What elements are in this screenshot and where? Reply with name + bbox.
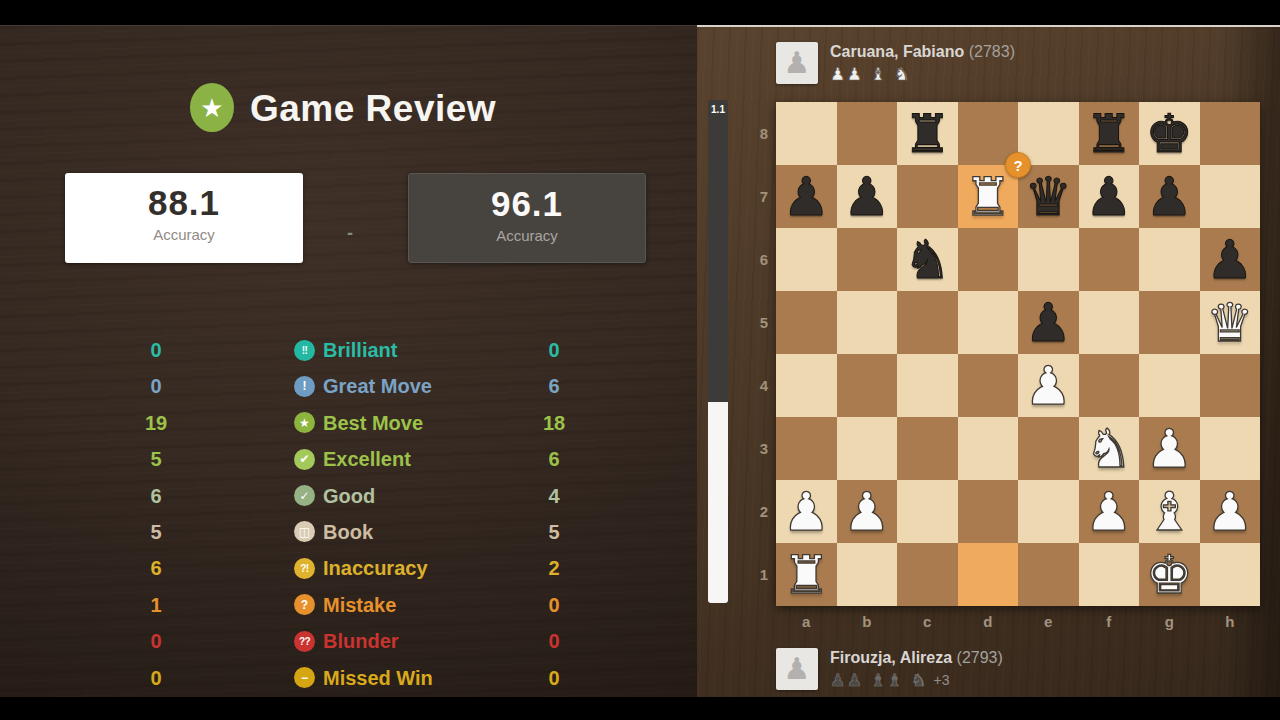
piece-black-pawn[interactable]: ♟	[776, 165, 837, 228]
square-a1[interactable]: ♜	[776, 543, 837, 606]
excellent-icon: ✔	[294, 449, 315, 470]
piece-black-pawn[interactable]: ♟	[1079, 165, 1140, 228]
square-d3[interactable]	[958, 417, 1019, 480]
stat-row-missed-win: 0−Missed Win0	[0, 660, 697, 696]
square-f3[interactable]: ♞	[1079, 417, 1140, 480]
stage: ★ Game Review 88.1 Accuracy - 96.1 Accur…	[0, 25, 1280, 697]
black-count-inaccuracy: 2	[518, 550, 590, 586]
black-count-great-move: 6	[518, 368, 590, 404]
pawn-avatar-icon: ♟	[784, 654, 811, 684]
rank-label-4: 4	[744, 354, 768, 417]
piece-black-rook[interactable]: ♜	[1079, 102, 1140, 165]
white-count-inaccuracy: 6	[120, 550, 192, 586]
black-accuracy-card: 96.1 Accuracy	[408, 173, 646, 263]
stat-label-good: Good	[323, 478, 375, 514]
piece-white-bishop[interactable]: ♝	[1139, 480, 1200, 543]
top-player-name-line: Caruana, Fabiano (2783)	[830, 43, 1015, 61]
black-count-mistake: 0	[518, 587, 590, 623]
square-g7[interactable]: ♟	[1139, 165, 1200, 228]
rank-label-5: 5	[744, 291, 768, 354]
piece-black-rook[interactable]: ♜	[897, 102, 958, 165]
piece-white-rook[interactable]: ♜	[776, 543, 837, 606]
square-f4[interactable]	[1079, 354, 1140, 417]
square-a8[interactable]	[776, 102, 837, 165]
square-d6[interactable]	[958, 228, 1019, 291]
rank-label-6: 6	[744, 228, 768, 291]
rank-label-1: 1	[744, 543, 768, 606]
piece-black-knight[interactable]: ♞	[897, 228, 958, 291]
square-c4[interactable]	[897, 354, 958, 417]
square-g3[interactable]: ♟	[1139, 417, 1200, 480]
file-label-b: b	[837, 613, 898, 630]
square-c7[interactable]	[897, 165, 958, 228]
square-b2[interactable]: ♟	[837, 480, 898, 543]
missed-win-icon: −	[294, 667, 315, 688]
white-accuracy-label: Accuracy	[65, 226, 303, 243]
square-a5[interactable]	[776, 291, 837, 354]
piece-black-queen[interactable]: ♛	[1018, 165, 1079, 228]
piece-black-pawn[interactable]: ♟	[1018, 291, 1079, 354]
square-e2[interactable]	[1018, 480, 1079, 543]
square-f6[interactable]	[1079, 228, 1140, 291]
great-move-icon: !	[294, 376, 315, 397]
black-accuracy-label: Accuracy	[409, 227, 645, 244]
top-player-avatar: ♟	[776, 42, 818, 84]
square-f5[interactable]	[1079, 291, 1140, 354]
white-count-excellent: 5	[120, 441, 192, 477]
board-panel: ♟ Caruana, Fabiano (2783) ♟♟ ♝ ♞ 1.1 876…	[697, 25, 1280, 697]
square-e3[interactable]	[1018, 417, 1079, 480]
rank-labels: 87654321	[744, 102, 768, 606]
piece-black-pawn[interactable]: ♟	[837, 165, 898, 228]
black-count-best-move: 18	[518, 405, 590, 441]
square-h4[interactable]	[1200, 354, 1261, 417]
square-h2[interactable]: ♟	[1200, 480, 1261, 543]
square-a3[interactable]	[776, 417, 837, 480]
square-f2[interactable]: ♟	[1079, 480, 1140, 543]
piece-white-king[interactable]: ♚	[1139, 543, 1200, 606]
square-a4[interactable]	[776, 354, 837, 417]
stat-label-inaccuracy: Inaccuracy	[323, 550, 428, 586]
rank-label-7: 7	[744, 165, 768, 228]
inaccuracy-icon: ?!	[294, 558, 315, 579]
accuracy-separator: -	[338, 223, 362, 244]
square-c1[interactable]	[897, 543, 958, 606]
file-label-d: d	[958, 613, 1019, 630]
file-label-g: g	[1139, 613, 1200, 630]
piece-white-pawn[interactable]: ♟	[1139, 417, 1200, 480]
best-move-icon: ★	[294, 412, 315, 433]
file-label-c: c	[897, 613, 958, 630]
top-player-captured-pieces: ♟♟ ♝ ♞	[830, 64, 1015, 84]
top-player-rating: (2783)	[969, 43, 1015, 60]
rank-label-2: 2	[744, 480, 768, 543]
bottom-player-row: ♟ Firouzja, Alireza (2793) ♟♟ ♝♝ ♞+3	[776, 648, 1003, 690]
stat-label-brilliant: Brilliant	[323, 332, 397, 368]
piece-white-pawn[interactable]: ♟	[1079, 480, 1140, 543]
stat-label-great-move: Great Move	[323, 368, 432, 404]
stat-row-great-move: 0!Great Move6	[0, 368, 697, 404]
star-icon: ★	[200, 95, 223, 121]
white-count-good: 6	[120, 478, 192, 514]
square-b3[interactable]	[837, 417, 898, 480]
piece-black-pawn[interactable]: ♟	[1139, 165, 1200, 228]
square-g2[interactable]: ♝	[1139, 480, 1200, 543]
white-count-best-move: 19	[120, 405, 192, 441]
square-h6[interactable]: ♟	[1200, 228, 1261, 291]
piece-black-king[interactable]: ♚	[1139, 102, 1200, 165]
square-d1[interactable]	[958, 543, 1019, 606]
square-a2[interactable]: ♟	[776, 480, 837, 543]
piece-white-knight[interactable]: ♞	[1079, 417, 1140, 480]
square-h5[interactable]: ♛	[1200, 291, 1261, 354]
mistake-icon: ?	[294, 594, 315, 615]
black-accuracy-value: 96.1	[409, 184, 645, 224]
square-c8[interactable]: ♜	[897, 102, 958, 165]
game-review-panel: ★ Game Review 88.1 Accuracy - 96.1 Accur…	[0, 25, 697, 697]
move-stats-list: 0!!Brilliant00!Great Move619★Best Move18…	[0, 332, 697, 696]
square-h1[interactable]	[1200, 543, 1261, 606]
good-icon: ✓	[294, 485, 315, 506]
piece-white-pawn[interactable]: ♟	[837, 480, 898, 543]
square-h8[interactable]	[1200, 102, 1261, 165]
piece-white-pawn[interactable]: ♟	[1200, 480, 1261, 543]
file-labels: abcdefgh	[776, 613, 1260, 630]
square-f8[interactable]: ♜	[1079, 102, 1140, 165]
square-c5[interactable]	[897, 291, 958, 354]
stat-row-inaccuracy: 6?!Inaccuracy2	[0, 550, 697, 586]
square-g4[interactable]	[1139, 354, 1200, 417]
square-f7[interactable]: ♟	[1079, 165, 1140, 228]
stat-row-mistake: 1?Mistake0	[0, 587, 697, 623]
square-h3[interactable]	[1200, 417, 1261, 480]
stat-row-blunder: 0??Blunder0	[0, 623, 697, 659]
square-e1[interactable]	[1018, 543, 1079, 606]
evaluation-bar: 1.1	[708, 100, 728, 603]
square-c2[interactable]	[897, 480, 958, 543]
rank-label-8: 8	[744, 102, 768, 165]
material-advantage: +3	[934, 672, 950, 688]
bottom-player-avatar: ♟	[776, 648, 818, 690]
stat-label-book: Book	[323, 514, 373, 550]
file-label-f: f	[1079, 613, 1140, 630]
square-b6[interactable]	[837, 228, 898, 291]
brilliant-icon: !!	[294, 340, 315, 361]
square-e5[interactable]: ♟	[1018, 291, 1079, 354]
square-f1[interactable]	[1079, 543, 1140, 606]
square-c3[interactable]	[897, 417, 958, 480]
page-title: Game Review	[250, 88, 496, 130]
square-h7[interactable]	[1200, 165, 1261, 228]
white-count-missed-win: 0	[120, 660, 192, 696]
square-g6[interactable]	[1139, 228, 1200, 291]
square-g1[interactable]: ♚	[1139, 543, 1200, 606]
square-d2[interactable]	[958, 480, 1019, 543]
stat-row-brilliant: 0!!Brilliant0	[0, 332, 697, 368]
stat-label-mistake: Mistake	[323, 587, 396, 623]
square-a7[interactable]: ♟	[776, 165, 837, 228]
pawn-avatar-icon: ♟	[784, 48, 811, 78]
top-player-row: ♟ Caruana, Fabiano (2783) ♟♟ ♝ ♞	[776, 42, 1015, 84]
square-d4[interactable]	[958, 354, 1019, 417]
eval-score: 1.1	[708, 104, 728, 115]
black-count-excellent: 6	[518, 441, 590, 477]
square-g8[interactable]: ♚	[1139, 102, 1200, 165]
bottom-player-name[interactable]: Firouzja, Alireza	[830, 649, 952, 666]
stat-label-excellent: Excellent	[323, 441, 411, 477]
square-c6[interactable]: ♞	[897, 228, 958, 291]
black-count-good: 4	[518, 478, 590, 514]
bottom-player-rating: (2793)	[957, 649, 1003, 666]
white-count-book: 5	[120, 514, 192, 550]
white-count-brilliant: 0	[120, 332, 192, 368]
rank-label-3: 3	[744, 417, 768, 480]
file-label-a: a	[776, 613, 837, 630]
square-g5[interactable]	[1139, 291, 1200, 354]
square-d5[interactable]	[958, 291, 1019, 354]
square-b1[interactable]	[837, 543, 898, 606]
white-count-blunder: 0	[120, 623, 192, 659]
square-b5[interactable]	[837, 291, 898, 354]
stat-label-best-move: Best Move	[323, 405, 423, 441]
stat-row-book: 5◫Book5	[0, 514, 697, 550]
square-a6[interactable]	[776, 228, 837, 291]
stat-row-excellent: 5✔Excellent6	[0, 441, 697, 477]
bottom-player-captured-pieces: ♟♟ ♝♝ ♞+3	[830, 670, 1003, 690]
blunder-icon: ??	[294, 631, 315, 652]
file-label-e: e	[1018, 613, 1079, 630]
square-e6[interactable]	[1018, 228, 1079, 291]
piece-white-queen[interactable]: ♛	[1200, 291, 1261, 354]
square-b7[interactable]: ♟	[837, 165, 898, 228]
move-classification-badge: ?	[1005, 152, 1031, 178]
top-player-name[interactable]: Caruana, Fabiano	[830, 43, 964, 60]
white-count-great-move: 0	[120, 368, 192, 404]
black-count-book: 5	[518, 514, 590, 550]
book-icon: ◫	[294, 521, 315, 542]
stat-label-missed-win: Missed Win	[323, 660, 433, 696]
black-count-brilliant: 0	[518, 332, 590, 368]
black-count-blunder: 0	[518, 623, 590, 659]
white-accuracy-value: 88.1	[65, 183, 303, 223]
square-b4[interactable]	[837, 354, 898, 417]
file-label-h: h	[1200, 613, 1261, 630]
stat-row-good: 6✓Good4	[0, 478, 697, 514]
bottom-player-name-line: Firouzja, Alireza (2793)	[830, 649, 1003, 667]
stat-label-blunder: Blunder	[323, 623, 399, 659]
square-e4[interactable]: ♟	[1018, 354, 1079, 417]
eval-white-portion	[708, 402, 728, 603]
chess-board: ♜♜♚♟♟♜♛♟♟♞♟♟♛♟♞♟♟♟♟♝♟♜♚?	[776, 102, 1260, 606]
square-b8[interactable]	[837, 102, 898, 165]
piece-white-pawn[interactable]: ♟	[1018, 354, 1079, 417]
captured-pieces-glyphs: ♟♟ ♝♝ ♞	[830, 670, 928, 690]
piece-black-pawn[interactable]: ♟	[1200, 228, 1261, 291]
white-accuracy-card: 88.1 Accuracy	[65, 173, 303, 263]
black-count-missed-win: 0	[518, 660, 590, 696]
game-review-badge: ★	[190, 83, 234, 132]
piece-white-pawn[interactable]: ♟	[776, 480, 837, 543]
stat-row-best-move: 19★Best Move18	[0, 405, 697, 441]
square-e7[interactable]: ♛	[1018, 165, 1079, 228]
white-count-mistake: 1	[120, 587, 192, 623]
